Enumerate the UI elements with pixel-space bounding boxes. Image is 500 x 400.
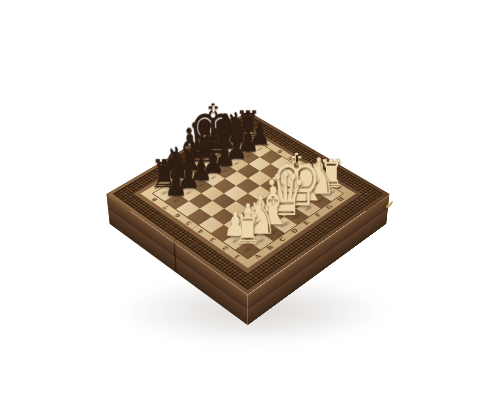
fold-seam [174,242,177,273]
board-top-face: ABCDEFGH ABCDEFGH 87654321 87654321 ♜♞♝♛… [107,111,390,294]
latch-pin [386,200,393,208]
pieces-layer: ♜♞♝♛♚♝♞♜♟♟♟♟♟♟♟♟♟♟♟♟♟♟♟♟♜♞♝♛♚♝♞♜ [106,110,389,293]
piece-glyph: ♜ [219,209,277,249]
chess-board-box: ABCDEFGH ABCDEFGH 87654321 87654321 ♜♞♝♛… [107,111,390,294]
product-photo-stage: ABCDEFGH ABCDEFGH 87654321 87654321 ♜♞♝♛… [0,0,500,400]
piece-glyph: ♟ [149,168,204,200]
